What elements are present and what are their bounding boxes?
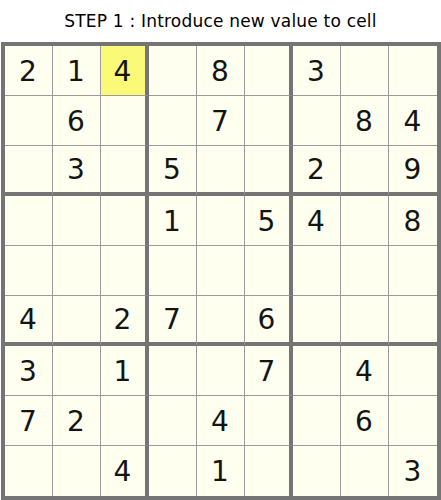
cell-r1c5[interactable]: 8 [197,46,245,96]
cell-r9c8[interactable] [341,446,389,496]
cell-r1c7[interactable]: 3 [293,46,341,96]
cell-r7c3[interactable]: 1 [101,346,149,396]
cell-r2c3[interactable] [101,96,149,146]
cell-r1c6[interactable] [245,46,293,96]
cell-r4c5[interactable] [197,196,245,246]
cell-r3c4[interactable]: 5 [149,146,197,196]
cell-r3c1[interactable] [5,146,53,196]
cell-r8c4[interactable] [149,396,197,446]
cell-r1c2[interactable]: 1 [53,46,101,96]
cell-r6c8[interactable] [341,296,389,346]
cell-r7c7[interactable] [293,346,341,396]
cell-r8c7[interactable] [293,396,341,446]
cell-r6c4[interactable]: 7 [149,296,197,346]
cell-r3c3[interactable] [101,146,149,196]
sudoku-board: 21483678435291548427631747246413 [1,42,441,500]
cell-r5c6[interactable] [245,246,293,296]
cell-r9c5[interactable]: 1 [197,446,245,496]
cell-r4c3[interactable] [101,196,149,246]
cell-r6c3[interactable]: 2 [101,296,149,346]
cell-r1c4[interactable] [149,46,197,96]
cell-r1c3[interactable]: 4 [101,46,149,96]
cell-r2c2[interactable]: 6 [53,96,101,146]
cell-r8c1[interactable]: 7 [5,396,53,446]
cell-r5c8[interactable] [341,246,389,296]
cell-r4c4[interactable]: 1 [149,196,197,246]
page-title: STEP 1 : Introduce new value to cell [0,0,441,42]
cell-r6c6[interactable]: 6 [245,296,293,346]
cell-r3c6[interactable] [245,146,293,196]
sudoku-page: STEP 1 : Introduce new value to cell 214… [0,0,441,500]
cell-r3c7[interactable]: 2 [293,146,341,196]
cell-r5c5[interactable] [197,246,245,296]
cell-r8c2[interactable]: 2 [53,396,101,446]
cell-r1c1[interactable]: 2 [5,46,53,96]
cell-r7c9[interactable] [389,346,437,396]
cell-r4c7[interactable]: 4 [293,196,341,246]
cell-r6c1[interactable]: 4 [5,296,53,346]
cell-r7c6[interactable]: 7 [245,346,293,396]
cell-r3c9[interactable]: 9 [389,146,437,196]
cell-r4c8[interactable] [341,196,389,246]
cell-r9c4[interactable] [149,446,197,496]
cell-r7c1[interactable]: 3 [5,346,53,396]
cell-r2c1[interactable] [5,96,53,146]
cell-r1c8[interactable] [341,46,389,96]
cell-r2c9[interactable]: 4 [389,96,437,146]
cell-r8c5[interactable]: 4 [197,396,245,446]
cell-r4c9[interactable]: 8 [389,196,437,246]
cell-r2c7[interactable] [293,96,341,146]
cell-r7c8[interactable]: 4 [341,346,389,396]
cell-r2c6[interactable] [245,96,293,146]
cell-r3c5[interactable] [197,146,245,196]
cell-r5c2[interactable] [53,246,101,296]
cell-r7c4[interactable] [149,346,197,396]
cell-r2c8[interactable]: 8 [341,96,389,146]
cell-r3c8[interactable] [341,146,389,196]
cell-r4c6[interactable]: 5 [245,196,293,246]
cell-r8c6[interactable] [245,396,293,446]
cell-r6c5[interactable] [197,296,245,346]
cell-r9c1[interactable] [5,446,53,496]
cell-r9c7[interactable] [293,446,341,496]
cell-r1c9[interactable] [389,46,437,96]
cell-r7c2[interactable] [53,346,101,396]
cell-r9c2[interactable] [53,446,101,496]
cell-r4c1[interactable] [5,196,53,246]
cell-r9c9[interactable]: 3 [389,446,437,496]
cell-r8c9[interactable] [389,396,437,446]
cell-r6c2[interactable] [53,296,101,346]
cell-r2c4[interactable] [149,96,197,146]
cell-r9c3[interactable]: 4 [101,446,149,496]
cell-r6c7[interactable] [293,296,341,346]
cell-r5c9[interactable] [389,246,437,296]
cell-r5c7[interactable] [293,246,341,296]
cell-r5c4[interactable] [149,246,197,296]
cell-r5c1[interactable] [5,246,53,296]
cell-r7c5[interactable] [197,346,245,396]
cell-r8c3[interactable] [101,396,149,446]
cell-r2c5[interactable]: 7 [197,96,245,146]
cell-r8c8[interactable]: 6 [341,396,389,446]
cell-r4c2[interactable] [53,196,101,246]
cell-r6c9[interactable] [389,296,437,346]
cell-r5c3[interactable] [101,246,149,296]
cell-r3c2[interactable]: 3 [53,146,101,196]
cell-r9c6[interactable] [245,446,293,496]
